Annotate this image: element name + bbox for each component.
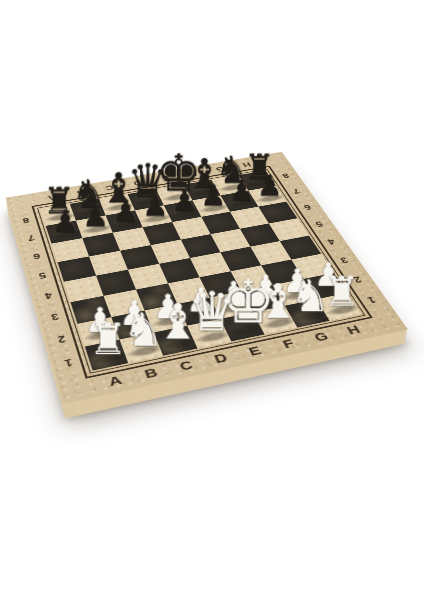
file-label-bottom-b: B — [142, 365, 159, 381]
chess-board: ↵ ABCDEFGHABCDEFGH8765432187654321 ♜♞♝♛♚… — [6, 152, 408, 404]
file-label-bottom-g: G — [311, 329, 330, 344]
rank-label-right-4: 4 — [326, 237, 338, 246]
rank-label-right-6: 6 — [302, 203, 313, 211]
piece-white-rook-a1[interactable]: ♜ — [83, 318, 133, 361]
square-b4[interactable] — [96, 270, 136, 296]
rank-label-right-1: 1 — [365, 295, 378, 305]
rank-label-right-7: 7 — [291, 187, 301, 195]
file-label-bottom-h: H — [344, 322, 363, 336]
file-label-bottom-e: E — [246, 343, 263, 358]
file-label-bottom-c: C — [177, 357, 194, 372]
square-a4[interactable] — [64, 276, 104, 303]
photo-canvas: ↵ ABCDEFGHABCDEFGH8765432187654321 ♜♞♝♛♚… — [0, 0, 424, 600]
rank-label-left-3: 3 — [50, 311, 60, 322]
rank-label-right-5: 5 — [314, 220, 325, 229]
file-label-bottom-f: F — [280, 336, 296, 350]
rank-label-left-6: 6 — [32, 251, 41, 260]
rank-label-left-8: 8 — [22, 216, 31, 225]
file-label-bottom-d: D — [212, 350, 230, 365]
rank-label-left-4: 4 — [44, 290, 54, 300]
rank-label-left-7: 7 — [27, 233, 36, 242]
square-a5[interactable] — [58, 256, 97, 281]
rank-label-left-2: 2 — [57, 333, 67, 345]
scene: ↵ ABCDEFGHABCDEFGH8765432187654321 ♜♞♝♛♚… — [0, 0, 424, 600]
rank-label-left-1: 1 — [63, 357, 74, 369]
rank-label-left-5: 5 — [38, 270, 47, 280]
file-label-bottom-a: A — [107, 372, 124, 388]
